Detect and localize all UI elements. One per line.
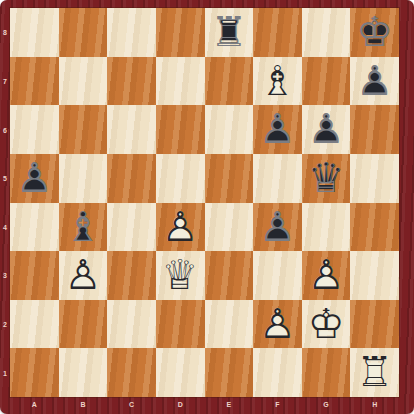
piece-white-pawn-b3: ♟ <box>59 251 108 300</box>
file-label-b: B <box>80 401 85 408</box>
file-label-f: F <box>275 401 279 408</box>
square-a7[interactable] <box>10 57 59 106</box>
square-b1[interactable] <box>59 348 108 397</box>
piece-outline-white-king-g2: ♔ <box>302 300 351 349</box>
piece-outline-black-queen-g5: ♕ <box>302 154 351 203</box>
file-label-e: E <box>226 401 231 408</box>
square-h6[interactable] <box>350 105 399 154</box>
square-d7[interactable] <box>156 57 205 106</box>
square-f2[interactable]: ♟♙ <box>253 300 302 349</box>
piece-white-queen-d3: ♛ <box>156 251 205 300</box>
piece-outline-black-pawn-f4: ♙ <box>253 203 302 252</box>
piece-outline-black-rook-e8: ♖ <box>205 8 254 57</box>
piece-outline-white-rook-h1: ♖ <box>350 348 399 397</box>
square-c2[interactable] <box>107 300 156 349</box>
square-g3[interactable]: ♟♙ <box>302 251 351 300</box>
piece-outline-black-pawn-f6: ♙ <box>253 105 302 154</box>
piece-black-pawn-h7: ♟ <box>350 57 399 106</box>
square-b3[interactable]: ♟♙ <box>59 251 108 300</box>
square-d3[interactable]: ♛♕ <box>156 251 205 300</box>
square-d4[interactable]: ♟♙ <box>156 203 205 252</box>
square-e6[interactable] <box>205 105 254 154</box>
square-e1[interactable] <box>205 348 254 397</box>
piece-outline-white-pawn-g3: ♙ <box>302 251 351 300</box>
piece-white-pawn-d4: ♟ <box>156 203 205 252</box>
square-g4[interactable] <box>302 203 351 252</box>
square-a3[interactable] <box>10 251 59 300</box>
piece-white-rook-h1: ♜ <box>350 348 399 397</box>
square-b8[interactable] <box>59 8 108 57</box>
file-label-a: A <box>32 401 37 408</box>
square-f4[interactable]: ♟♙ <box>253 203 302 252</box>
piece-black-queen-g5: ♛ <box>302 154 351 203</box>
piece-black-pawn-f4: ♟ <box>253 203 302 252</box>
rank-label-3: 3 <box>0 272 10 279</box>
rank-label-2: 2 <box>0 321 10 328</box>
piece-outline-black-pawn-h7: ♙ <box>350 57 399 106</box>
square-g5[interactable]: ♛♕ <box>302 154 351 203</box>
piece-black-pawn-a5: ♟ <box>10 154 59 203</box>
file-label-c: C <box>129 401 134 408</box>
square-g6[interactable]: ♟♙ <box>302 105 351 154</box>
piece-black-pawn-f6: ♟ <box>253 105 302 154</box>
square-g2[interactable]: ♚♔ <box>302 300 351 349</box>
square-h5[interactable] <box>350 154 399 203</box>
rank-label-8: 8 <box>0 29 10 36</box>
square-c6[interactable] <box>107 105 156 154</box>
square-c7[interactable] <box>107 57 156 106</box>
square-a1[interactable] <box>10 348 59 397</box>
square-c1[interactable] <box>107 348 156 397</box>
square-b2[interactable] <box>59 300 108 349</box>
square-f7[interactable]: ♝♗ <box>253 57 302 106</box>
square-d6[interactable] <box>156 105 205 154</box>
square-h3[interactable] <box>350 251 399 300</box>
square-g7[interactable] <box>302 57 351 106</box>
file-label-d: D <box>178 401 183 408</box>
square-b5[interactable] <box>59 154 108 203</box>
square-e7[interactable] <box>205 57 254 106</box>
piece-white-pawn-f2: ♟ <box>253 300 302 349</box>
piece-outline-black-pawn-g6: ♙ <box>302 105 351 154</box>
piece-black-rook-e8: ♜ <box>205 8 254 57</box>
square-a4[interactable] <box>10 203 59 252</box>
piece-outline-black-bishop-b4: ♗ <box>59 203 108 252</box>
square-h8[interactable]: ♚♔ <box>350 8 399 57</box>
square-f6[interactable]: ♟♙ <box>253 105 302 154</box>
rank-label-5: 5 <box>0 175 10 182</box>
square-c8[interactable] <box>107 8 156 57</box>
square-e4[interactable] <box>205 203 254 252</box>
piece-outline-black-king-h8: ♔ <box>350 8 399 57</box>
square-a2[interactable] <box>10 300 59 349</box>
square-c5[interactable] <box>107 154 156 203</box>
square-g8[interactable] <box>302 8 351 57</box>
square-b4[interactable]: ♝♗ <box>59 203 108 252</box>
file-label-h: H <box>372 401 377 408</box>
square-h4[interactable] <box>350 203 399 252</box>
square-e3[interactable] <box>205 251 254 300</box>
square-b7[interactable] <box>59 57 108 106</box>
piece-outline-white-bishop-f7: ♗ <box>253 57 302 106</box>
square-b6[interactable] <box>59 105 108 154</box>
square-f5[interactable] <box>253 154 302 203</box>
piece-black-bishop-b4: ♝ <box>59 203 108 252</box>
file-labels: ABCDEFGH <box>10 397 399 414</box>
square-e5[interactable] <box>205 154 254 203</box>
rank-label-6: 6 <box>0 126 10 133</box>
square-d8[interactable] <box>156 8 205 57</box>
square-e8[interactable]: ♜♖ <box>205 8 254 57</box>
piece-outline-white-pawn-f2: ♙ <box>253 300 302 349</box>
square-h2[interactable] <box>350 300 399 349</box>
square-f1[interactable] <box>253 348 302 397</box>
piece-outline-white-queen-d3: ♕ <box>156 251 205 300</box>
piece-outline-black-pawn-a5: ♙ <box>10 154 59 203</box>
square-d5[interactable] <box>156 154 205 203</box>
square-h1[interactable]: ♜♖ <box>350 348 399 397</box>
rank-label-4: 4 <box>0 223 10 230</box>
square-a8[interactable] <box>10 8 59 57</box>
piece-black-pawn-g6: ♟ <box>302 105 351 154</box>
piece-white-king-g2: ♚ <box>302 300 351 349</box>
square-f3[interactable] <box>253 251 302 300</box>
chess-board-frame: ♜♖♚♔♝♗♟♙♟♙♟♙♟♙♛♕♝♗♟♙♟♙♟♙♛♕♟♙♟♙♚♔♜♖ 87654… <box>0 0 414 414</box>
piece-white-pawn-g3: ♟ <box>302 251 351 300</box>
piece-outline-white-pawn-b3: ♙ <box>59 251 108 300</box>
square-h7[interactable]: ♟♙ <box>350 57 399 106</box>
square-c3[interactable] <box>107 251 156 300</box>
square-e2[interactable] <box>205 300 254 349</box>
square-a5[interactable]: ♟♙ <box>10 154 59 203</box>
square-f8[interactable] <box>253 8 302 57</box>
piece-black-king-h8: ♚ <box>350 8 399 57</box>
chess-board: ♜♖♚♔♝♗♟♙♟♙♟♙♟♙♛♕♝♗♟♙♟♙♟♙♛♕♟♙♟♙♚♔♜♖ <box>10 8 399 397</box>
square-d1[interactable] <box>156 348 205 397</box>
piece-white-bishop-f7: ♝ <box>253 57 302 106</box>
file-label-g: G <box>323 401 328 408</box>
square-c4[interactable] <box>107 203 156 252</box>
rank-label-7: 7 <box>0 77 10 84</box>
piece-outline-white-pawn-d4: ♙ <box>156 203 205 252</box>
square-a6[interactable] <box>10 105 59 154</box>
square-g1[interactable] <box>302 348 351 397</box>
square-d2[interactable] <box>156 300 205 349</box>
rank-labels: 87654321 <box>0 8 10 397</box>
rank-label-1: 1 <box>0 369 10 376</box>
